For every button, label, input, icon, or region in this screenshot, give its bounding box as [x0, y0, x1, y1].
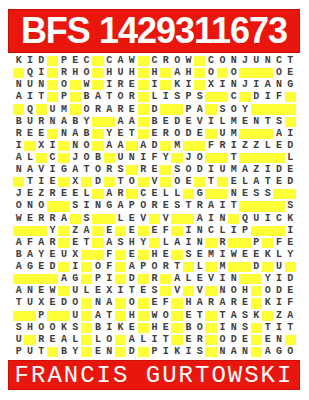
letter-cell: U: [115, 152, 126, 164]
blocked-cell: [58, 141, 69, 151]
letter-cell: N: [13, 164, 24, 176]
blocked-cell: [273, 189, 284, 199]
letter-cell: I: [217, 79, 228, 91]
blocked-cell: [239, 129, 250, 139]
letter-cell: E: [160, 200, 171, 212]
letter-cell: J: [239, 55, 250, 67]
letter-cell: P: [126, 200, 137, 212]
letter-cell: E: [36, 261, 47, 273]
letter-cell: D: [285, 273, 296, 285]
letter-cell: I: [70, 261, 81, 273]
blocked-cell: [228, 262, 239, 272]
letter-cell: E: [126, 79, 137, 91]
letter-cell: S: [194, 91, 205, 103]
blocked-cell: [160, 165, 171, 175]
letter-cell: E: [149, 297, 160, 309]
letter-cell: K: [171, 346, 182, 358]
letter-cell: I: [149, 334, 160, 346]
letter-cell: S: [70, 200, 81, 212]
letter-cell: N: [92, 200, 103, 212]
blocked-cell: [273, 153, 284, 163]
letter-cell: E: [36, 128, 47, 140]
letter-cell: R: [115, 103, 126, 115]
blocked-cell: [285, 189, 296, 199]
letter-cell: S: [273, 116, 284, 128]
letter-cell: O: [13, 200, 24, 212]
letter-cell: D: [251, 261, 262, 273]
letter-cell: W: [126, 55, 137, 67]
blocked-cell: [194, 80, 205, 90]
letter-cell: O: [217, 55, 228, 67]
letter-cell: S: [217, 103, 228, 115]
blocked-cell: [160, 274, 171, 284]
letter-cell: O: [171, 55, 182, 67]
letter-cell: V: [205, 273, 216, 285]
letter-cell: O: [285, 346, 296, 358]
letter-cell: I: [104, 79, 115, 91]
blocked-cell: [262, 238, 273, 248]
blocked-cell: [205, 129, 216, 139]
blocked-cell: [239, 262, 250, 272]
letter-cell: T: [228, 152, 239, 164]
letter-cell: D: [251, 91, 262, 103]
blocked-cell: [149, 214, 160, 224]
blocked-cell: [138, 298, 149, 308]
letter-cell: E: [126, 103, 137, 115]
letter-cell: L: [24, 152, 35, 164]
letter-cell: A: [24, 164, 35, 176]
letter-cell: S: [13, 322, 24, 334]
letter-cell: O: [138, 200, 149, 212]
letter-cell: A: [115, 116, 126, 128]
letter-cell: R: [36, 116, 47, 128]
letter-cell: N: [217, 285, 228, 297]
blocked-cell: [251, 298, 262, 308]
letter-cell: G: [285, 79, 296, 91]
letter-cell: G: [58, 164, 69, 176]
letter-cell: T: [126, 285, 137, 297]
blocked-cell: [92, 238, 103, 248]
blocked-cell: [239, 201, 250, 211]
letter-cell: R: [126, 91, 137, 103]
letter-cell: E: [115, 128, 126, 140]
letter-cell: A: [24, 249, 35, 261]
letter-cell: H: [126, 67, 137, 79]
blocked-cell: [160, 141, 171, 151]
letter-cell: X: [70, 176, 81, 188]
letter-cell: S: [171, 91, 182, 103]
letter-cell: U: [24, 116, 35, 128]
letter-cell: K: [262, 249, 273, 261]
blocked-cell: [115, 311, 126, 321]
blocked-cell: [115, 298, 126, 308]
letter-cell: J: [70, 152, 81, 164]
letter-cell: E: [239, 297, 250, 309]
letter-cell: D: [228, 334, 239, 346]
blocked-cell: [273, 226, 284, 236]
blocked-cell: [171, 311, 182, 321]
letter-cell: P: [138, 261, 149, 273]
letter-cell: R: [47, 237, 58, 249]
letter-cell: R: [149, 200, 160, 212]
letter-cell: Y: [36, 249, 47, 261]
blocked-cell: [92, 56, 103, 66]
letter-cell: P: [251, 237, 262, 249]
letter-cell: A: [115, 55, 126, 67]
letter-cell: S: [171, 200, 182, 212]
letter-cell: D: [285, 176, 296, 188]
blocked-cell: [70, 80, 81, 90]
letter-cell: A: [171, 273, 182, 285]
blocked-cell: [205, 323, 216, 333]
letter-cell: I: [115, 285, 126, 297]
letter-cell: C: [138, 188, 149, 200]
letter-cell: P: [183, 91, 194, 103]
letter-cell: T: [228, 200, 239, 212]
letter-cell: R: [149, 273, 160, 285]
puzzle-grid: KIDPECCAWCROWCONJUNCTQIRHOHUHHAHOOOENUNO…: [13, 55, 296, 358]
blocked-cell: [171, 226, 182, 236]
letter-cell: O: [262, 285, 273, 297]
letter-cell: E: [160, 116, 171, 128]
blocked-cell: [58, 201, 69, 211]
letter-cell: X: [70, 249, 81, 261]
letter-cell: D: [92, 176, 103, 188]
blocked-cell: [47, 201, 58, 211]
letter-cell: A: [104, 103, 115, 115]
blocked-cell: [36, 226, 47, 236]
letter-cell: A: [217, 297, 228, 309]
letter-cell: A: [262, 346, 273, 358]
blocked-cell: [104, 153, 115, 163]
letter-cell: E: [251, 249, 262, 261]
letter-cell: I: [285, 128, 296, 140]
letter-cell: B: [13, 116, 24, 128]
letter-cell: F: [273, 237, 284, 249]
letter-cell: Z: [273, 310, 284, 322]
letter-cell: E: [262, 334, 273, 346]
letter-cell: N: [228, 273, 239, 285]
letter-cell: T: [194, 310, 205, 322]
letter-cell: S: [81, 213, 92, 225]
letter-cell: N: [126, 152, 137, 164]
blocked-cell: [24, 141, 35, 151]
blocked-cell: [205, 335, 216, 345]
letter-cell: U: [251, 213, 262, 225]
letter-cell: O: [171, 176, 182, 188]
letter-cell: F: [149, 152, 160, 164]
letter-cell: I: [183, 79, 194, 91]
letter-cell: F: [285, 297, 296, 309]
blocked-cell: [262, 262, 273, 272]
blocked-cell: [36, 274, 47, 284]
blocked-cell: [138, 323, 149, 333]
letter-cell: Y: [262, 273, 273, 285]
letter-cell: J: [183, 152, 194, 164]
letter-cell: D: [285, 140, 296, 152]
blocked-cell: [217, 92, 228, 102]
title-banner: BFS 1429311673: [8, 9, 300, 53]
blocked-cell: [115, 347, 126, 357]
letter-cell: L: [217, 116, 228, 128]
letter-cell: O: [228, 103, 239, 115]
letter-cell: N: [251, 116, 262, 128]
letter-cell: L: [239, 176, 250, 188]
blocked-cell: [262, 226, 273, 236]
blocked-cell: [262, 104, 273, 114]
letter-cell: E: [183, 334, 194, 346]
blocked-cell: [205, 286, 216, 296]
author-banner: FRANCIS GURTOWSKI: [8, 360, 300, 390]
letter-cell: L: [160, 188, 171, 200]
letter-cell: A: [92, 91, 103, 103]
letter-cell: E: [160, 322, 171, 334]
letter-cell: K: [251, 310, 262, 322]
letter-cell: I: [251, 79, 262, 91]
letter-cell: V: [194, 116, 205, 128]
letter-cell: Y: [138, 237, 149, 249]
letter-cell: L: [70, 334, 81, 346]
blocked-cell: [251, 104, 262, 114]
letter-cell: I: [273, 273, 284, 285]
blocked-cell: [58, 153, 69, 163]
letter-cell: H: [149, 322, 160, 334]
letter-cell: N: [24, 200, 35, 212]
letter-cell: C: [47, 152, 58, 164]
blocked-cell: [138, 68, 149, 78]
blocked-cell: [171, 250, 182, 260]
letter-cell: U: [58, 249, 69, 261]
letter-cell: N: [194, 225, 205, 237]
letter-cell: I: [183, 237, 194, 249]
blocked-cell: [171, 104, 182, 114]
letter-cell: R: [104, 164, 115, 176]
letter-cell: K: [115, 322, 126, 334]
letter-cell: E: [126, 213, 137, 225]
blocked-cell: [24, 274, 35, 284]
letter-cell: U: [47, 103, 58, 115]
letter-cell: D: [58, 297, 69, 309]
letter-cell: A: [115, 200, 126, 212]
letter-cell: X: [36, 140, 47, 152]
letter-cell: Z: [251, 140, 262, 152]
letter-cell: R: [228, 297, 239, 309]
letter-cell: A: [104, 237, 115, 249]
letter-cell: S: [251, 188, 262, 200]
letter-cell: L: [81, 285, 92, 297]
letter-cell: I: [228, 140, 239, 152]
letter-cell: T: [262, 176, 273, 188]
letter-cell: A: [104, 140, 115, 152]
blocked-cell: [205, 153, 216, 163]
letter-cell: E: [70, 55, 81, 67]
letter-cell: P: [149, 346, 160, 358]
letter-cell: I: [273, 297, 284, 309]
letter-cell: O: [194, 152, 205, 164]
blocked-cell: [183, 214, 194, 224]
letter-cell: I: [81, 200, 92, 212]
blocked-cell: [81, 335, 92, 345]
letter-cell: E: [183, 116, 194, 128]
letter-cell: E: [149, 128, 160, 140]
letter-cell: I: [273, 322, 284, 334]
letter-cell: O: [149, 261, 160, 273]
letter-cell: S: [115, 237, 126, 249]
blocked-cell: [138, 347, 149, 357]
letter-cell: E: [70, 237, 81, 249]
letter-cell: M: [58, 103, 69, 115]
letter-cell: E: [47, 176, 58, 188]
blocked-cell: [285, 117, 296, 127]
blocked-cell: [24, 226, 35, 236]
letter-cell: A: [13, 152, 24, 164]
letter-cell: E: [138, 285, 149, 297]
letter-cell: O: [183, 164, 194, 176]
letter-cell: D: [171, 116, 182, 128]
letter-cell: L: [194, 261, 205, 273]
letter-cell: R: [115, 188, 126, 200]
letter-cell: O: [81, 103, 92, 115]
blocked-cell: [81, 250, 92, 260]
letter-cell: A: [126, 334, 137, 346]
letter-cell: R: [160, 128, 171, 140]
letter-cell: H: [239, 285, 250, 297]
letter-cell: O: [126, 297, 137, 309]
letter-cell: E: [47, 334, 58, 346]
letter-cell: D: [273, 285, 284, 297]
letter-cell: T: [24, 176, 35, 188]
letter-cell: E: [92, 285, 103, 297]
letter-cell: S: [239, 310, 250, 322]
blocked-cell: [81, 274, 92, 284]
letter-cell: I: [262, 164, 273, 176]
letter-cell: A: [81, 225, 92, 237]
letter-cell: T: [262, 116, 273, 128]
letter-cell: A: [126, 261, 137, 273]
letter-cell: F: [104, 249, 115, 261]
letter-cell: O: [194, 322, 205, 334]
letter-cell: S: [285, 200, 296, 212]
blocked-cell: [194, 56, 205, 66]
letter-cell: T: [115, 176, 126, 188]
letter-cell: W: [13, 213, 24, 225]
blocked-cell: [104, 177, 115, 187]
letter-cell: S: [262, 188, 273, 200]
blocked-cell: [13, 311, 24, 321]
blocked-cell: [138, 311, 149, 321]
letter-cell: A: [70, 128, 81, 140]
letter-cell: A: [138, 140, 149, 152]
letter-cell: M: [217, 261, 228, 273]
letter-cell: Q: [239, 213, 250, 225]
blocked-cell: [13, 274, 24, 284]
letter-cell: H: [70, 67, 81, 79]
letter-cell: N: [228, 79, 239, 91]
blocked-cell: [251, 323, 262, 333]
blocked-cell: [273, 104, 284, 114]
letter-cell: I: [217, 273, 228, 285]
letter-cell: B: [183, 322, 194, 334]
blocked-cell: [171, 323, 182, 333]
letter-cell: U: [217, 164, 228, 176]
letter-cell: Y: [160, 152, 171, 164]
blocked-cell: [81, 347, 92, 357]
letter-cell: S: [171, 164, 182, 176]
letter-cell: G: [273, 346, 284, 358]
blocked-cell: [273, 201, 284, 211]
letter-cell: L: [81, 188, 92, 200]
blocked-cell: [126, 165, 137, 175]
letter-cell: V: [194, 285, 205, 297]
letter-cell: W: [149, 310, 160, 322]
letter-cell: Y: [70, 346, 81, 358]
letter-cell: M: [228, 128, 239, 140]
letter-cell: H: [24, 322, 35, 334]
letter-cell: L: [285, 152, 296, 164]
blocked-cell: [58, 226, 69, 236]
letter-cell: S: [194, 346, 205, 358]
letter-cell: T: [13, 297, 24, 309]
letter-cell: R: [36, 334, 47, 346]
letter-cell: G: [24, 261, 35, 273]
letter-cell: L: [262, 140, 273, 152]
blocked-cell: [262, 153, 273, 163]
letter-cell: A: [126, 116, 137, 128]
blocked-cell: [251, 274, 262, 284]
letter-cell: T: [262, 322, 273, 334]
letter-cell: N: [273, 79, 284, 91]
letter-cell: E: [47, 249, 58, 261]
letter-cell: P: [13, 346, 24, 358]
letter-cell: T: [126, 128, 137, 140]
blocked-cell: [81, 177, 92, 187]
letter-cell: N: [239, 346, 250, 358]
letter-cell: A: [205, 200, 216, 212]
blocked-cell: [205, 311, 216, 321]
letter-cell: A: [92, 310, 103, 322]
letter-cell: X: [36, 297, 47, 309]
blocked-cell: [138, 117, 149, 127]
letter-cell: O: [160, 310, 171, 322]
letter-cell: L: [92, 334, 103, 346]
blocked-cell: [262, 311, 273, 321]
blocked-cell: [47, 80, 58, 90]
letter-cell: Q: [24, 103, 35, 115]
blocked-cell: [81, 298, 92, 308]
letter-cell: O: [81, 67, 92, 79]
blocked-cell: [251, 201, 262, 211]
book-cover: BFS 1429311673 KIDPECCAWCROWCONJUNCTQIRH…: [0, 0, 309, 400]
letter-cell: M: [171, 140, 182, 152]
letter-cell: W: [47, 285, 58, 297]
letter-cell: A: [13, 237, 24, 249]
blocked-cell: [251, 286, 262, 296]
blocked-cell: [251, 153, 262, 163]
letter-cell: E: [194, 128, 205, 140]
letter-cell: X: [104, 285, 115, 297]
letter-cell: D: [36, 55, 47, 67]
letter-cell: K: [58, 322, 69, 334]
letter-cell: F: [104, 261, 115, 273]
letter-cell: O: [104, 334, 115, 346]
blocked-cell: [160, 80, 171, 90]
letter-cell: R: [58, 67, 69, 79]
blocked-cell: [115, 335, 126, 345]
blocked-cell: [58, 262, 69, 272]
letter-cell: E: [92, 346, 103, 358]
letter-cell: F: [160, 297, 171, 309]
letter-cell: H: [149, 249, 160, 261]
